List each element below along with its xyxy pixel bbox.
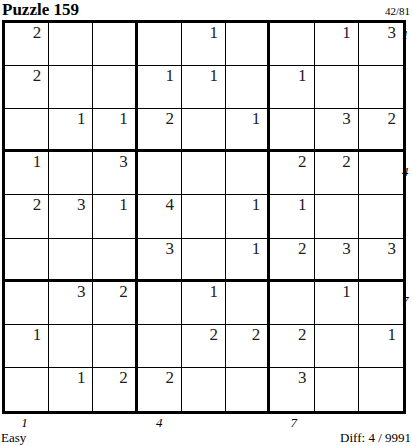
- cell-r1c2[interactable]: [49, 23, 93, 66]
- cell-r9c9[interactable]: [359, 368, 403, 411]
- cell-r3c9[interactable]: 2: [359, 109, 403, 152]
- cell-r4c5[interactable]: [182, 152, 226, 195]
- cell-r5c1[interactable]: 2: [5, 195, 49, 238]
- cell-clue: 1: [210, 67, 219, 85]
- cell-clue: 3: [165, 240, 174, 258]
- cell-r6c7[interactable]: 2: [270, 239, 314, 282]
- cell-r9c1[interactable]: [5, 368, 49, 411]
- cell-r2c5[interactable]: 1: [182, 66, 226, 109]
- cell-clue: 2: [298, 153, 307, 171]
- cell-r8c4[interactable]: [138, 325, 182, 368]
- cell-r4c2[interactable]: [49, 152, 93, 195]
- cell-r7c8[interactable]: 1: [315, 282, 359, 325]
- cell-clue: 2: [165, 110, 174, 128]
- cell-r6c9[interactable]: 3: [359, 239, 403, 282]
- col-label-1: 1: [14, 416, 34, 430]
- cell-r3c1[interactable]: [5, 109, 49, 152]
- cell-clue: 1: [298, 67, 307, 85]
- cell-r2c8[interactable]: [315, 66, 359, 109]
- cell-r5c9[interactable]: [359, 195, 403, 238]
- cell-r2c2[interactable]: [49, 66, 93, 109]
- cell-r9c5[interactable]: [182, 368, 226, 411]
- cell-r4c3[interactable]: 3: [93, 152, 137, 195]
- cell-r6c3[interactable]: [93, 239, 137, 282]
- cell-r2c9[interactable]: [359, 66, 403, 109]
- cell-r1c6[interactable]: [226, 23, 270, 66]
- cell-clue: 2: [119, 369, 128, 387]
- cell-clue: 1: [119, 196, 128, 214]
- cell-r7c6[interactable]: [226, 282, 270, 325]
- cell-clue: 3: [77, 196, 86, 214]
- cell-r2c4[interactable]: 1: [138, 66, 182, 109]
- cell-r1c5[interactable]: 1: [182, 23, 226, 66]
- cell-r7c5[interactable]: 1: [182, 282, 226, 325]
- cell-r6c1[interactable]: [5, 239, 49, 282]
- cell-clue: 1: [342, 24, 351, 42]
- cell-r5c4[interactable]: 4: [138, 195, 182, 238]
- row-label-7: 7: [402, 294, 412, 308]
- cell-r1c3[interactable]: [93, 23, 137, 66]
- cell-clue: 2: [33, 67, 42, 85]
- progress-counter: 42/81: [385, 5, 410, 17]
- cell-clue: 1: [210, 24, 219, 42]
- cell-r1c8[interactable]: 1: [315, 23, 359, 66]
- cell-r9c4[interactable]: 2: [138, 368, 182, 411]
- cell-clue: 3: [342, 110, 351, 128]
- cell-clue: 2: [210, 326, 219, 344]
- cell-r8c3[interactable]: [93, 325, 137, 368]
- cell-r1c1[interactable]: 2: [5, 23, 49, 66]
- cell-r5c3[interactable]: 1: [93, 195, 137, 238]
- cell-r6c8[interactable]: 3: [315, 239, 359, 282]
- cell-clue: 1: [252, 110, 261, 128]
- cell-clue: 1: [342, 283, 351, 301]
- cell-clue: 1: [77, 110, 86, 128]
- cell-clue: 4: [165, 196, 174, 214]
- cell-r2c7[interactable]: 1: [270, 66, 314, 109]
- diff-stat: Diff: 4 / 9991: [340, 431, 411, 445]
- cell-r5c8[interactable]: [315, 195, 359, 238]
- cell-r4c6[interactable]: [226, 152, 270, 195]
- cell-r9c6[interactable]: [226, 368, 270, 411]
- cell-r8c2[interactable]: [49, 325, 93, 368]
- col-label-7: 7: [284, 416, 304, 430]
- page-title: Puzzle 159: [2, 0, 79, 20]
- cell-r1c7[interactable]: [270, 23, 314, 66]
- cell-r5c5[interactable]: [182, 195, 226, 238]
- cell-clue: 2: [165, 369, 174, 387]
- cell-r6c2[interactable]: [49, 239, 93, 282]
- cell-clue: 1: [165, 67, 174, 85]
- cell-r8c8[interactable]: [315, 325, 359, 368]
- cell-clue: 3: [119, 153, 128, 171]
- cell-clue: 1: [252, 240, 261, 258]
- cell-r1c9[interactable]: 3: [359, 23, 403, 66]
- cell-r5c7[interactable]: 1: [270, 195, 314, 238]
- cell-r9c2[interactable]: 1: [49, 368, 93, 411]
- cell-clue: 2: [342, 153, 351, 171]
- cell-r7c9[interactable]: [359, 282, 403, 325]
- cell-clue: 1: [119, 110, 128, 128]
- cell-r4c7[interactable]: 2: [270, 152, 314, 195]
- row-label-4: 4: [402, 165, 412, 179]
- cell-r4c8[interactable]: 2: [315, 152, 359, 195]
- cell-clue: 1: [298, 196, 307, 214]
- cell-r3c4[interactable]: 2: [138, 109, 182, 152]
- cell-clue: 2: [298, 326, 307, 344]
- puzzle-page: Puzzle 159 42/81 21132111112132132223141…: [0, 0, 412, 446]
- cell-clue: 1: [77, 369, 86, 387]
- difficulty-label: Easy: [1, 431, 26, 445]
- cell-clue: 3: [77, 283, 86, 301]
- cell-clue: 1: [210, 283, 219, 301]
- cell-clue: 2: [119, 283, 128, 301]
- cell-r8c5[interactable]: 2: [182, 325, 226, 368]
- cell-r1c4[interactable]: [138, 23, 182, 66]
- cell-r4c9[interactable]: [359, 152, 403, 195]
- cell-r8c7[interactable]: 2: [270, 325, 314, 368]
- cell-r3c3[interactable]: 1: [93, 109, 137, 152]
- cell-r2c6[interactable]: [226, 66, 270, 109]
- cell-clue: 2: [33, 196, 42, 214]
- cell-clue: 1: [33, 153, 42, 171]
- cell-clue: 2: [387, 110, 396, 128]
- cell-r8c1[interactable]: 1: [5, 325, 49, 368]
- cell-r7c4[interactable]: [138, 282, 182, 325]
- cell-clue: 3: [387, 240, 396, 258]
- cell-r4c4[interactable]: [138, 152, 182, 195]
- cell-r2c3[interactable]: [93, 66, 137, 109]
- cell-r7c3[interactable]: 2: [93, 282, 137, 325]
- cell-clue: 2: [298, 240, 307, 258]
- cell-clue: 2: [252, 326, 261, 344]
- cell-r8c9[interactable]: 1: [359, 325, 403, 368]
- cell-clue: 1: [387, 326, 396, 344]
- cell-clue: 3: [342, 240, 351, 258]
- cell-r9c7[interactable]: 3: [270, 368, 314, 411]
- cell-r2c1[interactable]: 2: [5, 66, 49, 109]
- cell-clue: 3: [298, 369, 307, 387]
- cell-r7c2[interactable]: 3: [49, 282, 93, 325]
- cell-r3c7[interactable]: [270, 109, 314, 152]
- cell-r4c1[interactable]: 1: [5, 152, 49, 195]
- cell-r3c8[interactable]: 3: [315, 109, 359, 152]
- cell-r6c6[interactable]: 1: [226, 239, 270, 282]
- cell-r7c7[interactable]: [270, 282, 314, 325]
- cell-r3c5[interactable]: [182, 109, 226, 152]
- cell-r6c4[interactable]: 3: [138, 239, 182, 282]
- cell-r9c8[interactable]: [315, 368, 359, 411]
- cell-r5c6[interactable]: 1: [226, 195, 270, 238]
- cell-clue: 1: [33, 326, 42, 344]
- cell-r9c3[interactable]: 2: [93, 368, 137, 411]
- cell-clue: 2: [33, 24, 42, 42]
- cell-r6c5[interactable]: [182, 239, 226, 282]
- row-label-1: 1: [402, 28, 412, 42]
- cell-clue: 3: [387, 24, 396, 42]
- puzzle-board: 2113211111213213222314113123332111222112…: [2, 20, 406, 414]
- cell-r3c6[interactable]: 1: [226, 109, 270, 152]
- cell-clue: 1: [252, 196, 261, 214]
- cell-r5c2[interactable]: 3: [49, 195, 93, 238]
- cell-r8c6[interactable]: 2: [226, 325, 270, 368]
- cell-r7c1[interactable]: [5, 282, 49, 325]
- col-label-4: 4: [149, 416, 169, 430]
- cell-r3c2[interactable]: 1: [49, 109, 93, 152]
